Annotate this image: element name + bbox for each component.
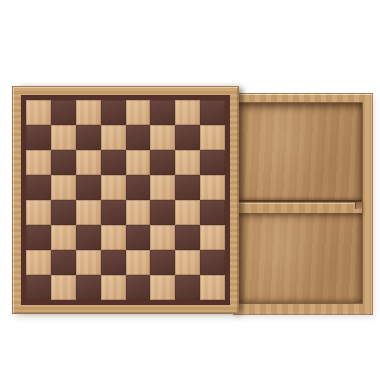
product-photo [0, 0, 380, 380]
square-b4 [51, 200, 76, 225]
square-c3 [76, 225, 101, 250]
square-g2 [175, 250, 200, 275]
square-h8 [200, 100, 225, 125]
square-a2 [26, 250, 51, 275]
square-b7 [51, 125, 76, 150]
square-f5 [150, 175, 175, 200]
square-d6 [101, 150, 126, 175]
square-c5 [76, 175, 101, 200]
storage-drawer [233, 93, 373, 315]
square-h1 [200, 275, 225, 300]
square-f1 [150, 275, 175, 300]
square-a6 [26, 150, 51, 175]
square-f2 [150, 250, 175, 275]
square-h7 [200, 125, 225, 150]
square-b1 [51, 275, 76, 300]
drawer-compartment-bottom [233, 213, 362, 303]
square-d2 [101, 250, 126, 275]
square-g4 [175, 200, 200, 225]
square-a1 [26, 275, 51, 300]
square-b6 [51, 150, 76, 175]
square-h2 [200, 250, 225, 275]
square-e7 [126, 125, 151, 150]
square-f4 [150, 200, 175, 225]
square-f8 [150, 100, 175, 125]
square-g5 [175, 175, 200, 200]
square-h3 [200, 225, 225, 250]
chess-board [12, 86, 239, 314]
square-g1 [175, 275, 200, 300]
square-c8 [76, 100, 101, 125]
square-c2 [76, 250, 101, 275]
divider-notch [355, 202, 362, 209]
square-h6 [200, 150, 225, 175]
square-g3 [175, 225, 200, 250]
board-grid [26, 100, 225, 300]
square-e6 [126, 150, 151, 175]
square-d7 [101, 125, 126, 150]
square-d1 [101, 275, 126, 300]
square-g6 [175, 150, 200, 175]
square-d8 [101, 100, 126, 125]
square-a8 [26, 100, 51, 125]
square-a5 [26, 175, 51, 200]
square-d4 [101, 200, 126, 225]
drawer-interior [233, 102, 363, 304]
square-e8 [126, 100, 151, 125]
drawer-compartment-top [233, 103, 362, 200]
square-b2 [51, 250, 76, 275]
square-a7 [26, 125, 51, 150]
square-f3 [150, 225, 175, 250]
square-e2 [126, 250, 151, 275]
square-b3 [51, 225, 76, 250]
square-f6 [150, 150, 175, 175]
square-d5 [101, 175, 126, 200]
board-border [21, 95, 230, 305]
square-g7 [175, 125, 200, 150]
square-c1 [76, 275, 101, 300]
square-h5 [200, 175, 225, 200]
square-c7 [76, 125, 101, 150]
drawer-divider [233, 200, 362, 213]
square-h4 [200, 200, 225, 225]
square-c4 [76, 200, 101, 225]
square-f7 [150, 125, 175, 150]
square-b8 [51, 100, 76, 125]
square-e4 [126, 200, 151, 225]
square-c6 [76, 150, 101, 175]
square-a4 [26, 200, 51, 225]
square-b5 [51, 175, 76, 200]
square-d3 [101, 225, 126, 250]
square-a3 [26, 225, 51, 250]
square-e1 [126, 275, 151, 300]
square-e3 [126, 225, 151, 250]
square-e5 [126, 175, 151, 200]
square-g8 [175, 100, 200, 125]
